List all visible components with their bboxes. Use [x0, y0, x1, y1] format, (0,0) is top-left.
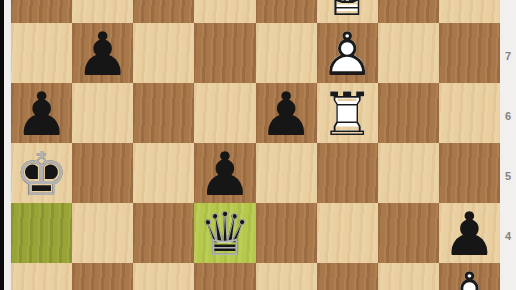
square-f6[interactable]: ♜♖	[317, 83, 378, 143]
white-pawn-outline-glyph: ♙	[317, 24, 378, 84]
black-pawn-glyph: ♟	[439, 204, 500, 264]
black-queen-outline-glyph: ♕	[194, 204, 255, 264]
square-h6[interactable]	[439, 83, 500, 143]
square-h5[interactable]	[439, 143, 500, 203]
black-king-outline-glyph: ♔	[11, 144, 72, 204]
square-b6[interactable]	[72, 83, 133, 143]
square-g5[interactable]	[378, 143, 439, 203]
white-pawn-glyph: ♟	[317, 24, 378, 84]
square-h7[interactable]	[439, 23, 500, 83]
board-right-gutter: 7654	[500, 0, 516, 290]
square-h3[interactable]: ♟♙	[439, 263, 500, 290]
square-b5[interactable]	[72, 143, 133, 203]
black-queen-glyph: ♛	[194, 204, 255, 264]
black-pawn-piece[interactable]: ♟	[194, 143, 255, 203]
rank-label-6: 6	[500, 110, 516, 122]
square-d6[interactable]	[194, 83, 255, 143]
square-c8[interactable]	[133, 0, 194, 23]
square-c5[interactable]	[133, 143, 194, 203]
black-pawn-glyph: ♟	[194, 144, 255, 204]
square-g7[interactable]	[378, 23, 439, 83]
square-d7[interactable]	[194, 23, 255, 83]
square-c4[interactable]	[133, 203, 194, 263]
square-d8[interactable]	[194, 0, 255, 23]
square-e8[interactable]	[256, 0, 317, 23]
square-f4[interactable]	[317, 203, 378, 263]
square-e6[interactable]: ♟	[256, 83, 317, 143]
black-pawn-piece[interactable]: ♟	[72, 23, 133, 83]
white-pawn-piece[interactable]: ♟♙	[317, 23, 378, 83]
square-d4[interactable]: ♛♕	[194, 203, 255, 263]
black-king-glyph: ♚	[11, 144, 72, 204]
square-g6[interactable]	[378, 83, 439, 143]
white-rook-outline-glyph: ♖	[317, 84, 378, 144]
square-a7[interactable]	[11, 23, 72, 83]
square-g3[interactable]	[378, 263, 439, 290]
square-a4[interactable]	[11, 203, 72, 263]
chess-board[interactable]: ♛♕♟♟♙♟♟♜♖♚♔♟♛♕♟♟♙	[11, 0, 500, 290]
square-f8[interactable]: ♛♕	[317, 0, 378, 23]
square-a8[interactable]	[11, 0, 72, 23]
square-e5[interactable]	[256, 143, 317, 203]
square-f5[interactable]	[317, 143, 378, 203]
square-b3[interactable]	[72, 263, 133, 290]
black-queen-piece[interactable]: ♛♕	[194, 203, 255, 263]
white-pawn-piece[interactable]: ♟♙	[439, 263, 500, 290]
white-rook-piece[interactable]: ♜♖	[317, 83, 378, 143]
rank-label-7: 7	[500, 50, 516, 62]
black-pawn-piece[interactable]: ♟	[256, 83, 317, 143]
white-pawn-outline-glyph: ♙	[439, 264, 500, 290]
black-pawn-piece[interactable]: ♟	[11, 83, 72, 143]
black-pawn-piece[interactable]: ♟	[439, 203, 500, 263]
white-pawn-glyph: ♟	[439, 264, 500, 290]
white-queen-piece[interactable]: ♛♕	[317, 0, 378, 23]
square-a3[interactable]	[11, 263, 72, 290]
square-c3[interactable]	[133, 263, 194, 290]
square-d5[interactable]: ♟	[194, 143, 255, 203]
white-rook-glyph: ♜	[317, 84, 378, 144]
square-d3[interactable]	[194, 263, 255, 290]
square-a5[interactable]: ♚♔	[11, 143, 72, 203]
square-f3[interactable]	[317, 263, 378, 290]
black-king-piece[interactable]: ♚♔	[11, 143, 72, 203]
white-queen-glyph: ♛	[317, 0, 378, 24]
square-g8[interactable]	[378, 0, 439, 23]
square-c7[interactable]	[133, 23, 194, 83]
square-e3[interactable]	[256, 263, 317, 290]
square-c6[interactable]	[133, 83, 194, 143]
square-g4[interactable]	[378, 203, 439, 263]
black-pawn-glyph: ♟	[72, 24, 133, 84]
square-f7[interactable]: ♟♙	[317, 23, 378, 83]
square-b4[interactable]	[72, 203, 133, 263]
white-queen-outline-glyph: ♕	[317, 0, 378, 24]
square-a6[interactable]: ♟	[11, 83, 72, 143]
board-left-gutter	[4, 0, 11, 290]
rank-label-4: 4	[500, 230, 516, 242]
black-pawn-glyph: ♟	[11, 84, 72, 144]
square-h4[interactable]: ♟	[439, 203, 500, 263]
rank-label-5: 5	[500, 170, 516, 182]
square-b8[interactable]	[72, 0, 133, 23]
chess-video-frame: ♛♕♟♟♙♟♟♜♖♚♔♟♛♕♟♟♙ 7654	[0, 0, 516, 290]
square-e4[interactable]	[256, 203, 317, 263]
black-pawn-glyph: ♟	[256, 84, 317, 144]
square-h8[interactable]	[439, 0, 500, 23]
square-e7[interactable]	[256, 23, 317, 83]
square-b7[interactable]: ♟	[72, 23, 133, 83]
